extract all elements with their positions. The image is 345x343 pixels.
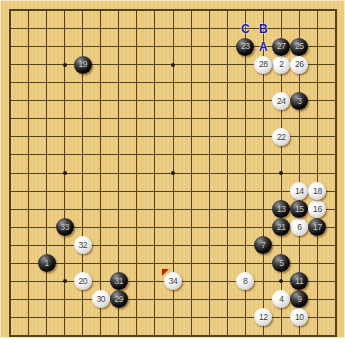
star-point: [63, 63, 67, 67]
stone-white-20: 20: [74, 272, 92, 290]
stone-white-34: 34: [164, 272, 182, 290]
stone-white-18: 18: [308, 182, 326, 200]
stone-black-31: 31: [110, 272, 128, 290]
variation-label-C[interactable]: C: [241, 22, 250, 36]
stone-black-19: 19: [74, 56, 92, 74]
stone-black-23: 23: [236, 38, 254, 56]
star-point: [279, 171, 283, 175]
variation-label-B[interactable]: B: [259, 22, 268, 36]
stone-white-32: 32: [74, 236, 92, 254]
stone-white-28: 28: [254, 56, 272, 74]
go-app-window: 1234567891011121314151617181920212223242…: [0, 0, 345, 343]
star-point: [63, 279, 67, 283]
stone-black-13: 13: [272, 200, 290, 218]
stone-black-7: 7: [254, 236, 272, 254]
stone-black-3: 3: [290, 92, 308, 110]
go-board[interactable]: 1234567891011121314151617181920212223242…: [0, 0, 345, 338]
variation-label-A[interactable]: A: [259, 40, 268, 54]
stone-white-26: 26: [290, 56, 308, 74]
stone-black-1: 1: [38, 254, 56, 272]
star-point: [171, 63, 175, 67]
stone-black-29: 29: [110, 290, 128, 308]
stone-white-10: 10: [290, 308, 308, 326]
stone-black-17: 17: [308, 218, 326, 236]
stone-black-25: 25: [290, 38, 308, 56]
stone-black-11: 11: [290, 272, 308, 290]
star-point: [63, 171, 67, 175]
stone-black-27: 27: [272, 38, 290, 56]
stone-white-6: 6: [290, 218, 308, 236]
star-point: [171, 171, 175, 175]
stone-white-24: 24: [272, 92, 290, 110]
star-point: [279, 279, 283, 283]
stone-white-16: 16: [308, 200, 326, 218]
stone-white-2: 2: [272, 56, 290, 74]
stone-white-14: 14: [290, 182, 308, 200]
stone-white-4: 4: [272, 290, 290, 308]
stone-black-33: 33: [56, 218, 74, 236]
stone-black-21: 21: [272, 218, 290, 236]
stone-black-15: 15: [290, 200, 308, 218]
stone-black-5: 5: [272, 254, 290, 272]
stone-white-30: 30: [92, 290, 110, 308]
stone-white-8: 8: [236, 272, 254, 290]
stone-white-22: 22: [272, 128, 290, 146]
window-margin: [0, 338, 345, 343]
last-move-marker-icon: [162, 269, 169, 276]
stone-white-12: 12: [254, 308, 272, 326]
stone-black-9: 9: [290, 290, 308, 308]
